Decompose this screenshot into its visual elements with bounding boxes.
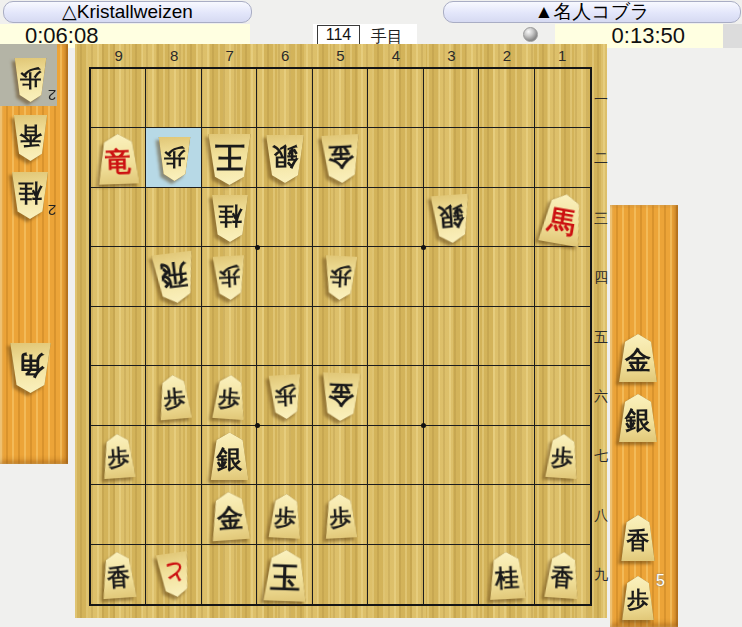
- move-counter-label: 手目: [371, 25, 403, 46]
- board-square[interactable]: [368, 247, 423, 306]
- rank-label: 二: [593, 150, 609, 166]
- board-square[interactable]: [146, 69, 201, 128]
- board-piece[interactable]: 金: [318, 134, 362, 184]
- board-piece[interactable]: 銀: [209, 432, 251, 480]
- board-piece[interactable]: 玉: [261, 549, 310, 602]
- board-piece[interactable]: 竜: [95, 133, 142, 185]
- piece-kanji: と: [161, 556, 188, 594]
- shogi-board: 987654321一二三四五六七八九竜歩王銀金桂銀馬飛歩歩歩歩歩金歩銀歩金歩歩香…: [75, 44, 607, 618]
- piece-kanji: 香: [627, 520, 650, 556]
- white-player-name: △Kristallweizen: [3, 1, 252, 23]
- file-label: 4: [388, 48, 404, 64]
- piece-kanji: 竜: [104, 138, 132, 181]
- board-square[interactable]: [202, 545, 257, 604]
- rank-label: 一: [593, 91, 609, 107]
- board-piece[interactable]: 金: [207, 490, 252, 541]
- board-square[interactable]: [257, 307, 312, 366]
- board-square[interactable]: [479, 485, 534, 544]
- board-piece[interactable]: 金: [319, 372, 363, 421]
- hand-piece-count: 2: [48, 87, 56, 104]
- board-square[interactable]: [313, 426, 368, 485]
- board-square[interactable]: [535, 69, 590, 128]
- piece-kanji: 歩: [217, 379, 241, 415]
- board-square[interactable]: [91, 69, 146, 128]
- piece-kanji: 銀: [437, 197, 466, 240]
- board-square[interactable]: [479, 247, 534, 306]
- file-label: 5: [333, 48, 349, 64]
- board-square[interactable]: [91, 366, 146, 425]
- board-piece[interactable]: 歩: [155, 373, 194, 420]
- hoshi-dot: [255, 245, 260, 250]
- board-square[interactable]: [257, 426, 312, 485]
- piece-kanji: 歩: [163, 142, 185, 177]
- rank-label: 四: [593, 269, 609, 285]
- board-square[interactable]: [146, 426, 201, 485]
- board-square[interactable]: [424, 426, 479, 485]
- board-square[interactable]: [479, 69, 534, 128]
- board-piece[interactable]: 歩: [211, 255, 248, 301]
- rank-label: 五: [593, 329, 609, 345]
- rank-label: 六: [593, 388, 609, 404]
- board-square[interactable]: [368, 426, 423, 485]
- board-piece[interactable]: 歩: [100, 433, 138, 479]
- board-square[interactable]: [202, 69, 257, 128]
- file-label: 1: [554, 48, 570, 64]
- piece-kanji: 王: [215, 135, 245, 183]
- board-piece[interactable]: 歩: [157, 137, 192, 181]
- board-square[interactable]: [368, 128, 423, 187]
- board-square[interactable]: [424, 247, 479, 306]
- hand-piece[interactable]: 歩: [621, 576, 656, 620]
- board-square[interactable]: [479, 307, 534, 366]
- board-square[interactable]: [535, 307, 590, 366]
- board-square[interactable]: [313, 69, 368, 128]
- rank-label: 三: [593, 210, 609, 226]
- piece-kanji: 歩: [329, 498, 353, 534]
- file-label: 8: [166, 48, 182, 64]
- move-counter-strip: 114 手目: [313, 24, 417, 46]
- board-piece[interactable]: 歩: [211, 374, 249, 420]
- board-square[interactable]: [424, 69, 479, 128]
- hand-piece[interactable]: 金: [617, 334, 659, 382]
- board-square[interactable]: [146, 188, 201, 247]
- board-square[interactable]: [479, 188, 534, 247]
- board-square[interactable]: [313, 307, 368, 366]
- file-label: 9: [111, 48, 127, 64]
- piece-kanji: 桂: [494, 556, 520, 595]
- board-piece[interactable]: 銀: [429, 193, 474, 244]
- piece-kanji: 歩: [627, 581, 649, 616]
- board-square[interactable]: [368, 69, 423, 128]
- piece-kanji: 歩: [218, 260, 242, 296]
- piece-kanji: 金: [625, 338, 651, 379]
- hand-piece[interactable]: 歩: [13, 58, 48, 102]
- board-square[interactable]: [424, 128, 479, 187]
- board-square[interactable]: [368, 545, 423, 604]
- board-square[interactable]: [146, 485, 201, 544]
- board-square[interactable]: [202, 307, 257, 366]
- board-square[interactable]: [368, 307, 423, 366]
- board-square[interactable]: [535, 485, 590, 544]
- board-square[interactable]: [479, 366, 534, 425]
- board-square[interactable]: [257, 247, 312, 306]
- board-piece[interactable]: 香: [542, 551, 582, 599]
- hand-piece[interactable]: 桂: [10, 172, 50, 219]
- file-label: 7: [222, 48, 238, 64]
- piece-kanji: 歩: [550, 438, 574, 474]
- board-square[interactable]: [91, 247, 146, 306]
- hand-piece[interactable]: 香: [12, 115, 49, 161]
- board-piece[interactable]: 桂: [210, 195, 250, 242]
- piece-kanji: 歩: [19, 63, 41, 98]
- piece-kanji: 銀: [625, 398, 651, 439]
- board-square[interactable]: [424, 307, 479, 366]
- hoshi-dot: [255, 423, 260, 428]
- piece-kanji: 金: [215, 495, 244, 538]
- piece-kanji: 金: [326, 138, 354, 180]
- gote-captured-tray: 歩2香桂2角: [0, 44, 68, 464]
- board-square[interactable]: [535, 247, 590, 306]
- rank-label: 九: [593, 566, 609, 582]
- piece-kanji: 桂: [218, 200, 242, 238]
- turn-indicator-orb: [523, 27, 538, 42]
- piece-kanji: 桂: [18, 176, 42, 214]
- board-square[interactable]: [479, 426, 534, 485]
- board-square[interactable]: [257, 69, 312, 128]
- hand-piece[interactable]: 銀: [617, 394, 659, 442]
- board-square[interactable]: [424, 485, 479, 544]
- board-square[interactable]: [479, 128, 534, 187]
- rank-label: 七: [593, 447, 609, 463]
- piece-kanji: 歩: [107, 438, 131, 474]
- board-piece[interactable]: 歩: [266, 493, 303, 539]
- rank-label: 八: [593, 507, 609, 523]
- piece-kanji: 香: [106, 556, 131, 594]
- board-piece[interactable]: 飛: [149, 250, 200, 305]
- hand-piece[interactable]: 角: [8, 343, 53, 393]
- piece-kanji: 香: [550, 556, 575, 594]
- piece-kanji: 歩: [162, 379, 187, 416]
- header-gray-panel: [723, 24, 742, 48]
- board-square[interactable]: [424, 545, 479, 604]
- board-square[interactable]: [535, 366, 590, 425]
- board-square[interactable]: [424, 366, 479, 425]
- board-square[interactable]: [91, 485, 146, 544]
- piece-kanji: 香: [19, 119, 42, 155]
- board-square[interactable]: [368, 366, 423, 425]
- hand-piece[interactable]: 香: [620, 515, 657, 561]
- board-square[interactable]: [368, 485, 423, 544]
- board-square[interactable]: [146, 307, 201, 366]
- board-square[interactable]: [313, 545, 368, 604]
- file-label: 3: [443, 48, 459, 64]
- board-square[interactable]: [91, 307, 146, 366]
- board-piece[interactable]: 歩: [322, 255, 359, 301]
- board-piece[interactable]: 銀: [264, 135, 306, 183]
- hoshi-dot: [421, 245, 426, 250]
- piece-kanji: 馬: [545, 194, 580, 242]
- board-square[interactable]: [313, 188, 368, 247]
- board-piece[interactable]: 馬: [536, 190, 589, 247]
- piece-kanji: 歩: [273, 379, 297, 415]
- file-label: 2: [499, 48, 515, 64]
- piece-kanji: 歩: [329, 260, 353, 296]
- board-piece[interactable]: 歩: [543, 433, 581, 479]
- board-square[interactable]: [535, 128, 590, 187]
- move-number-box: 114: [317, 25, 360, 45]
- hand-piece-count: 2: [48, 202, 56, 219]
- piece-kanji: 角: [17, 346, 44, 388]
- piece-kanji: 玉: [269, 551, 301, 600]
- board-piece[interactable]: と: [154, 551, 195, 599]
- piece-kanji: 歩: [273, 498, 297, 534]
- board-piece[interactable]: 歩: [266, 374, 303, 420]
- board-piece[interactable]: 桂: [486, 551, 528, 600]
- board-square[interactable]: [368, 188, 423, 247]
- black-player-name: ▲名人コブラ: [443, 1, 741, 23]
- board-piece[interactable]: 歩: [322, 493, 359, 539]
- board-square[interactable]: [91, 188, 146, 247]
- hand-piece-count: 5: [656, 572, 665, 590]
- file-label: 6: [277, 48, 293, 64]
- board-piece[interactable]: 王: [206, 134, 253, 185]
- piece-kanji: 飛: [158, 255, 190, 300]
- piece-kanji: 銀: [272, 139, 298, 180]
- piece-kanji: 銀: [217, 436, 243, 477]
- piece-kanji: 金: [327, 376, 354, 418]
- board-square[interactable]: [257, 188, 312, 247]
- board-piece[interactable]: 香: [99, 551, 139, 599]
- sente-captured-tray: 金銀香歩5: [610, 205, 678, 627]
